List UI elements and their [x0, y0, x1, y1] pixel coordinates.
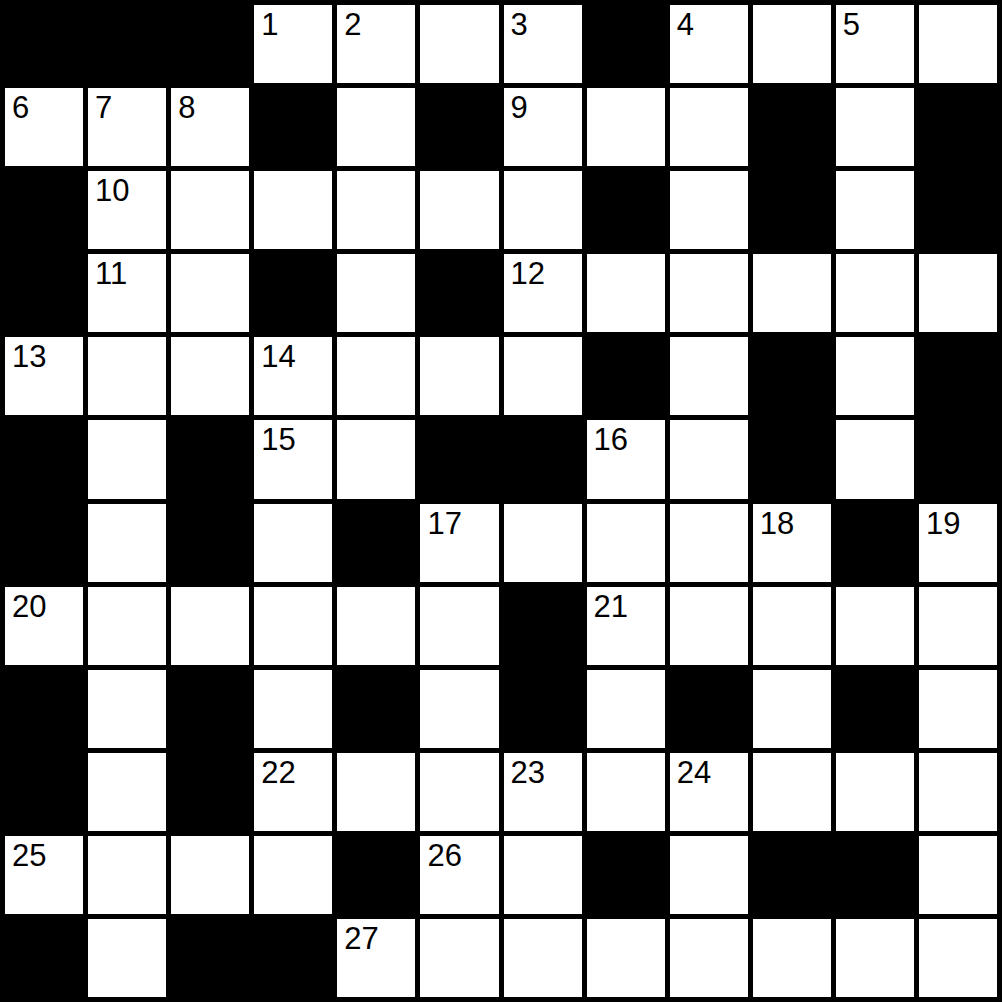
- white-cell-r9c8[interactable]: [587, 670, 665, 748]
- clue-number: 3: [511, 8, 528, 42]
- white-cell-r12c9[interactable]: [670, 919, 748, 997]
- black-cell-r6c7: [504, 420, 582, 498]
- white-cell-r2c1[interactable]: 6: [5, 88, 83, 166]
- black-cell-r7c1: [5, 504, 83, 582]
- white-cell-r11c9[interactable]: [670, 836, 748, 914]
- white-cell-r3c2[interactable]: 10: [88, 171, 166, 249]
- white-cell-r2c2[interactable]: 7: [88, 88, 166, 166]
- white-cell-r8c1[interactable]: 20: [5, 587, 83, 665]
- black-cell-r2c4: [254, 88, 332, 166]
- white-cell-r8c11[interactable]: [836, 587, 914, 665]
- white-cell-r8c9[interactable]: [670, 587, 748, 665]
- white-cell-r6c8[interactable]: 16: [587, 420, 665, 498]
- white-cell-r4c8[interactable]: [587, 254, 665, 332]
- clue-number: 14: [261, 340, 295, 374]
- white-cell-r11c3[interactable]: [171, 836, 249, 914]
- white-cell-r1c9[interactable]: 4: [670, 5, 748, 83]
- white-cell-r10c10[interactable]: [753, 753, 831, 831]
- clue-number: 1: [261, 8, 278, 42]
- white-cell-r5c11[interactable]: [836, 337, 914, 415]
- black-cell-r3c12: [919, 171, 997, 249]
- white-cell-r10c11[interactable]: [836, 753, 914, 831]
- white-cell-r10c4[interactable]: 22: [254, 753, 332, 831]
- white-cell-r12c8[interactable]: [587, 919, 665, 997]
- white-cell-r2c3[interactable]: 8: [171, 88, 249, 166]
- black-cell-r11c11: [836, 836, 914, 914]
- white-cell-r11c4[interactable]: [254, 836, 332, 914]
- clue-number: 11: [95, 257, 127, 291]
- white-cell-r5c6[interactable]: [420, 337, 498, 415]
- white-cell-r12c10[interactable]: [753, 919, 831, 997]
- white-cell-r3c4[interactable]: [254, 171, 332, 249]
- white-cell-r12c2[interactable]: [88, 919, 166, 997]
- white-cell-r3c9[interactable]: [670, 171, 748, 249]
- black-cell-r9c5: [337, 670, 415, 748]
- white-cell-r3c11[interactable]: [836, 171, 914, 249]
- white-cell-r6c2[interactable]: [88, 420, 166, 498]
- white-cell-r7c2[interactable]: [88, 504, 166, 582]
- black-cell-r1c2: [88, 5, 166, 83]
- white-cell-r12c12[interactable]: [919, 919, 997, 997]
- white-cell-r9c6[interactable]: [420, 670, 498, 748]
- white-cell-r4c2[interactable]: 11: [88, 254, 166, 332]
- white-cell-r4c9[interactable]: [670, 254, 748, 332]
- white-cell-r9c10[interactable]: [753, 670, 831, 748]
- black-cell-r4c6: [420, 254, 498, 332]
- white-cell-r10c9[interactable]: 24: [670, 753, 748, 831]
- black-cell-r5c12: [919, 337, 997, 415]
- white-cell-r10c5[interactable]: [337, 753, 415, 831]
- white-cell-r8c12[interactable]: [919, 587, 997, 665]
- black-cell-r6c3: [171, 420, 249, 498]
- white-cell-r2c7[interactable]: 9: [504, 88, 582, 166]
- clue-number: 5: [843, 8, 860, 42]
- black-cell-r3c10: [753, 171, 831, 249]
- white-cell-r5c4[interactable]: 14: [254, 337, 332, 415]
- white-cell-r7c7[interactable]: [504, 504, 582, 582]
- white-cell-r12c6[interactable]: [420, 919, 498, 997]
- white-cell-r7c10[interactable]: 18: [753, 504, 831, 582]
- white-cell-r8c5[interactable]: [337, 587, 415, 665]
- black-cell-r7c11: [836, 504, 914, 582]
- clue-number: 12: [511, 257, 545, 291]
- white-cell-r9c2[interactable]: [88, 670, 166, 748]
- black-cell-r12c4: [254, 919, 332, 997]
- white-cell-r6c5[interactable]: [337, 420, 415, 498]
- clue-number: 25: [12, 839, 46, 873]
- white-cell-r1c7[interactable]: 3: [504, 5, 582, 83]
- clue-number: 17: [427, 507, 461, 541]
- white-cell-r10c2[interactable]: [88, 753, 166, 831]
- clue-number: 26: [427, 839, 461, 873]
- white-cell-r9c12[interactable]: [919, 670, 997, 748]
- white-cell-r7c9[interactable]: [670, 504, 748, 582]
- black-cell-r6c12: [919, 420, 997, 498]
- black-cell-r5c10: [753, 337, 831, 415]
- white-cell-r10c12[interactable]: [919, 753, 997, 831]
- white-cell-r10c6[interactable]: [420, 753, 498, 831]
- black-cell-r9c11: [836, 670, 914, 748]
- white-cell-r12c11[interactable]: [836, 919, 914, 997]
- white-cell-r3c5[interactable]: [337, 171, 415, 249]
- black-cell-r1c1: [5, 5, 83, 83]
- white-cell-r5c3[interactable]: [171, 337, 249, 415]
- black-cell-r3c1: [5, 171, 83, 249]
- white-cell-r8c8[interactable]: 21: [587, 587, 665, 665]
- white-cell-r4c11[interactable]: [836, 254, 914, 332]
- clue-number: 22: [261, 756, 295, 790]
- white-cell-r4c3[interactable]: [171, 254, 249, 332]
- white-cell-r12c5[interactable]: 27: [337, 919, 415, 997]
- white-cell-r5c2[interactable]: [88, 337, 166, 415]
- white-cell-r8c4[interactable]: [254, 587, 332, 665]
- white-cell-r3c6[interactable]: [420, 171, 498, 249]
- clue-number: 15: [261, 423, 295, 457]
- white-cell-r9c4[interactable]: [254, 670, 332, 748]
- white-cell-r1c4[interactable]: 1: [254, 5, 332, 83]
- white-cell-r5c5[interactable]: [337, 337, 415, 415]
- white-cell-r7c8[interactable]: [587, 504, 665, 582]
- white-cell-r2c5[interactable]: [337, 88, 415, 166]
- clue-number: 8: [178, 91, 195, 125]
- clue-number: 18: [760, 507, 794, 541]
- white-cell-r11c2[interactable]: [88, 836, 166, 914]
- clue-number: 9: [511, 91, 528, 125]
- white-cell-r8c2[interactable]: [88, 587, 166, 665]
- white-cell-r3c3[interactable]: [171, 171, 249, 249]
- crossword-grid: 1234567891011121314151617181920212223242…: [0, 0, 1002, 1002]
- white-cell-r11c12[interactable]: [919, 836, 997, 914]
- clue-number: 7: [95, 91, 112, 125]
- clue-number: 23: [511, 756, 545, 790]
- white-cell-r5c7[interactable]: [504, 337, 582, 415]
- black-cell-r11c10: [753, 836, 831, 914]
- clue-number: 24: [677, 756, 711, 790]
- white-cell-r12c7[interactable]: [504, 919, 582, 997]
- black-cell-r2c12: [919, 88, 997, 166]
- white-cell-r2c8[interactable]: [587, 88, 665, 166]
- white-cell-r6c4[interactable]: 15: [254, 420, 332, 498]
- white-cell-r8c10[interactable]: [753, 587, 831, 665]
- white-cell-r11c1[interactable]: 25: [5, 836, 83, 914]
- black-cell-r3c8: [587, 171, 665, 249]
- white-cell-r8c6[interactable]: [420, 587, 498, 665]
- clue-number: 16: [594, 423, 628, 457]
- white-cell-r11c7[interactable]: [504, 836, 582, 914]
- black-cell-r4c4: [254, 254, 332, 332]
- white-cell-r1c6[interactable]: [420, 5, 498, 83]
- white-cell-r4c7[interactable]: 12: [504, 254, 582, 332]
- clue-number: 19: [926, 507, 960, 541]
- clue-number: 10: [95, 174, 129, 208]
- black-cell-r1c8: [587, 5, 665, 83]
- white-cell-r6c11[interactable]: [836, 420, 914, 498]
- black-cell-r12c1: [5, 919, 83, 997]
- white-cell-r7c4[interactable]: [254, 504, 332, 582]
- clue-number: 27: [344, 922, 378, 956]
- white-cell-r2c9[interactable]: [670, 88, 748, 166]
- white-cell-r4c5[interactable]: [337, 254, 415, 332]
- white-cell-r1c12[interactable]: [919, 5, 997, 83]
- white-cell-r1c10[interactable]: [753, 5, 831, 83]
- white-cell-r2c11[interactable]: [836, 88, 914, 166]
- white-cell-r1c11[interactable]: 5: [836, 5, 914, 83]
- black-cell-r9c3: [171, 670, 249, 748]
- black-cell-r9c1: [5, 670, 83, 748]
- white-cell-r5c1[interactable]: 13: [5, 337, 83, 415]
- black-cell-r11c5: [337, 836, 415, 914]
- black-cell-r7c3: [171, 504, 249, 582]
- clue-number: 2: [344, 8, 361, 42]
- white-cell-r11c6[interactable]: 26: [420, 836, 498, 914]
- black-cell-r2c6: [420, 88, 498, 166]
- black-cell-r12c3: [171, 919, 249, 997]
- clue-number: 4: [677, 8, 694, 42]
- black-cell-r2c10: [753, 88, 831, 166]
- black-cell-r9c7: [504, 670, 582, 748]
- clue-number: 21: [594, 590, 628, 624]
- black-cell-r6c1: [5, 420, 83, 498]
- black-cell-r9c9: [670, 670, 748, 748]
- white-cell-r8c3[interactable]: [171, 587, 249, 665]
- black-cell-r5c8: [587, 337, 665, 415]
- black-cell-r10c1: [5, 753, 83, 831]
- white-cell-r7c12[interactable]: 19: [919, 504, 997, 582]
- white-cell-r3c7[interactable]: [504, 171, 582, 249]
- black-cell-r1c3: [171, 5, 249, 83]
- white-cell-r6c9[interactable]: [670, 420, 748, 498]
- clue-number: 13: [12, 340, 46, 374]
- white-cell-r10c7[interactable]: 23: [504, 753, 582, 831]
- white-cell-r4c12[interactable]: [919, 254, 997, 332]
- black-cell-r8c7: [504, 587, 582, 665]
- clue-number: 20: [12, 590, 46, 624]
- white-cell-r10c8[interactable]: [587, 753, 665, 831]
- black-cell-r7c5: [337, 504, 415, 582]
- black-cell-r6c6: [420, 420, 498, 498]
- white-cell-r1c5[interactable]: 2: [337, 5, 415, 83]
- white-cell-r4c10[interactable]: [753, 254, 831, 332]
- white-cell-r7c6[interactable]: 17: [420, 504, 498, 582]
- black-cell-r10c3: [171, 753, 249, 831]
- black-cell-r11c8: [587, 836, 665, 914]
- black-cell-r4c1: [5, 254, 83, 332]
- black-cell-r6c10: [753, 420, 831, 498]
- white-cell-r5c9[interactable]: [670, 337, 748, 415]
- clue-number: 6: [12, 91, 29, 125]
